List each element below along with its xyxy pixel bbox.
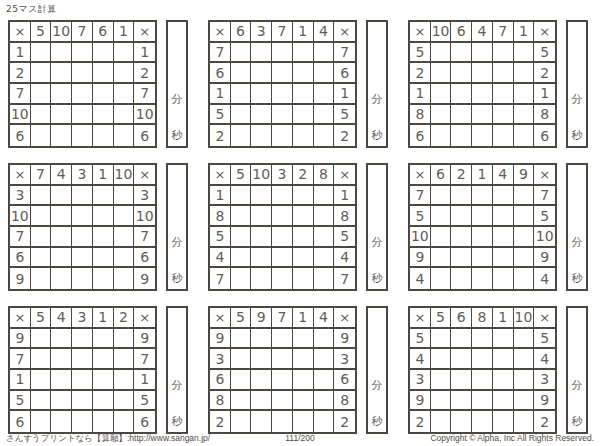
answer-cell[interactable] — [493, 268, 514, 289]
answer-cell[interactable] — [314, 227, 335, 248]
answer-cell[interactable] — [72, 227, 93, 248]
answer-cell[interactable] — [251, 248, 272, 269]
answer-cell[interactable] — [493, 186, 514, 207]
top-multiplier: 3 — [272, 165, 293, 186]
row-multiplicand-right: 5 — [534, 206, 555, 227]
answer-cell[interactable] — [114, 227, 135, 248]
top-multiplier: 2 — [293, 165, 314, 186]
answer-cell[interactable] — [31, 391, 52, 412]
footer-page-number: 111/200 — [285, 433, 314, 443]
drill-block-5: ×510328×1188554477分秒 — [208, 163, 388, 291]
answer-cell[interactable] — [93, 63, 114, 84]
row-multiplicand-right: 10 — [134, 206, 155, 227]
answer-cell[interactable] — [293, 329, 314, 350]
answer-cell[interactable] — [431, 248, 452, 269]
timer-box: 分秒 — [166, 163, 188, 291]
answer-cell[interactable] — [72, 186, 93, 207]
answer-cell[interactable] — [451, 84, 472, 105]
answer-cell[interactable] — [514, 105, 535, 126]
answer-cell[interactable] — [293, 125, 314, 146]
answer-cell[interactable] — [51, 329, 72, 350]
answer-cell[interactable] — [431, 329, 452, 350]
answer-cell[interactable] — [472, 105, 493, 126]
answer-cell[interactable] — [314, 411, 335, 432]
answer-cell[interactable] — [31, 125, 52, 146]
answer-cell[interactable] — [451, 391, 472, 412]
answer-cell[interactable] — [272, 268, 293, 289]
answer-cell[interactable] — [272, 63, 293, 84]
answer-cell[interactable] — [72, 84, 93, 105]
answer-cell[interactable] — [451, 206, 472, 227]
answer-cell[interactable] — [272, 370, 293, 391]
answer-cell[interactable] — [31, 105, 52, 126]
answer-cell[interactable] — [93, 84, 114, 105]
answer-cell[interactable] — [72, 206, 93, 227]
answer-cell[interactable] — [51, 411, 72, 432]
answer-cell[interactable] — [493, 349, 514, 370]
answer-cell[interactable] — [114, 186, 135, 207]
answer-cell[interactable] — [231, 84, 252, 105]
answer-cell[interactable] — [114, 105, 135, 126]
answer-cell[interactable] — [472, 370, 493, 391]
answer-cell[interactable] — [114, 84, 135, 105]
operator-icon: × — [134, 22, 155, 43]
answer-cell[interactable] — [314, 63, 335, 84]
answer-cell[interactable] — [514, 63, 535, 84]
answer-cell[interactable] — [314, 349, 335, 370]
row-multiplicand-right: 9 — [534, 391, 555, 412]
answer-cell[interactable] — [451, 268, 472, 289]
answer-cell[interactable] — [293, 206, 314, 227]
row-multiplicand-right: 1 — [334, 186, 355, 207]
top-multiplier: 9 — [514, 165, 535, 186]
row-multiplicand-right: 2 — [334, 411, 355, 432]
answer-cell[interactable] — [251, 206, 272, 227]
answer-cell[interactable] — [472, 63, 493, 84]
drill-block-8: ×59714×9933668822分秒 — [208, 306, 388, 434]
answer-cell[interactable] — [31, 43, 52, 64]
answer-cell[interactable] — [231, 206, 252, 227]
answer-cell[interactable] — [314, 248, 335, 269]
multiplication-grid-7: ×54312×9977115566 — [8, 306, 157, 434]
answer-cell[interactable] — [514, 268, 535, 289]
answer-cell[interactable] — [493, 206, 514, 227]
answer-cell[interactable] — [231, 391, 252, 412]
top-multiplier: 10 — [251, 165, 272, 186]
answer-cell[interactable] — [272, 84, 293, 105]
answer-cell[interactable] — [431, 43, 452, 64]
answer-cell[interactable] — [114, 206, 135, 227]
answer-cell[interactable] — [114, 329, 135, 350]
row-multiplicand-right: 7 — [334, 268, 355, 289]
answer-cell[interactable] — [451, 63, 472, 84]
answer-cell[interactable] — [514, 43, 535, 64]
answer-cell[interactable] — [251, 329, 272, 350]
answer-cell[interactable] — [451, 248, 472, 269]
answer-cell[interactable] — [514, 391, 535, 412]
answer-cell[interactable] — [493, 329, 514, 350]
answer-cell[interactable] — [293, 105, 314, 126]
answer-cell[interactable] — [493, 125, 514, 146]
answer-cell[interactable] — [293, 227, 314, 248]
answer-cell[interactable] — [272, 227, 293, 248]
answer-cell[interactable] — [451, 186, 472, 207]
answer-cell[interactable] — [314, 84, 335, 105]
answer-cell[interactable] — [231, 43, 252, 64]
answer-cell[interactable] — [314, 391, 335, 412]
answer-cell[interactable] — [293, 186, 314, 207]
answer-cell[interactable] — [93, 206, 114, 227]
answer-cell[interactable] — [472, 84, 493, 105]
answer-cell[interactable] — [93, 411, 114, 432]
answer-cell[interactable] — [51, 186, 72, 207]
row-multiplicand-left: 4 — [410, 349, 431, 370]
row-multiplicand-right: 10 — [134, 105, 155, 126]
answer-cell[interactable] — [72, 349, 93, 370]
answer-cell[interactable] — [451, 105, 472, 126]
answer-cell[interactable] — [231, 370, 252, 391]
answer-cell[interactable] — [293, 370, 314, 391]
minutes-label: 分 — [168, 235, 186, 250]
answer-cell[interactable] — [93, 227, 114, 248]
answer-cell[interactable] — [231, 329, 252, 350]
answer-cell[interactable] — [472, 411, 493, 432]
answer-cell[interactable] — [472, 329, 493, 350]
row-multiplicand-right: 9 — [334, 329, 355, 350]
row-multiplicand-left: 8 — [410, 105, 431, 126]
answer-cell[interactable] — [114, 248, 135, 269]
minutes-label: 分 — [368, 378, 386, 393]
answer-cell[interactable] — [451, 125, 472, 146]
multiplication-grid-8: ×59714×9933668822 — [208, 306, 357, 434]
answer-cell[interactable] — [472, 349, 493, 370]
answer-cell[interactable] — [514, 370, 535, 391]
answer-cell[interactable] — [231, 105, 252, 126]
answer-cell[interactable] — [431, 391, 452, 412]
drill-block-4: ×743110×331010776699分秒 — [8, 163, 188, 291]
answer-cell[interactable] — [231, 349, 252, 370]
answer-cell[interactable] — [431, 63, 452, 84]
answer-cell[interactable] — [472, 206, 493, 227]
answer-cell[interactable] — [51, 349, 72, 370]
answer-cell[interactable] — [51, 248, 72, 269]
answer-cell[interactable] — [293, 248, 314, 269]
operator-icon: × — [210, 308, 231, 329]
operator-icon: × — [334, 165, 355, 186]
answer-cell[interactable] — [272, 186, 293, 207]
answer-cell[interactable] — [251, 63, 272, 84]
answer-cell[interactable] — [231, 186, 252, 207]
answer-cell[interactable] — [31, 186, 52, 207]
top-multiplier: 6 — [451, 22, 472, 43]
answer-cell[interactable] — [431, 227, 452, 248]
answer-cell[interactable] — [293, 411, 314, 432]
answer-cell[interactable] — [31, 370, 52, 391]
answer-cell[interactable] — [251, 43, 272, 64]
top-multiplier: 7 — [31, 165, 52, 186]
answer-cell[interactable] — [451, 43, 472, 64]
answer-cell[interactable] — [314, 206, 335, 227]
answer-cell[interactable] — [93, 248, 114, 269]
answer-cell[interactable] — [31, 206, 52, 227]
timer-box: 分秒 — [366, 163, 388, 291]
answer-cell[interactable] — [451, 411, 472, 432]
seconds-label: 秒 — [368, 128, 386, 143]
answer-cell[interactable] — [293, 391, 314, 412]
answer-cell[interactable] — [93, 125, 114, 146]
operator-icon: × — [534, 22, 555, 43]
seconds-label: 秒 — [168, 414, 186, 429]
top-multiplier: 5 — [31, 22, 52, 43]
row-multiplicand-left: 9 — [210, 329, 231, 350]
answer-cell[interactable] — [31, 63, 52, 84]
answer-cell[interactable] — [72, 125, 93, 146]
multiplication-grid-6: ×62149×775510109944 — [408, 163, 557, 291]
answer-cell[interactable] — [314, 186, 335, 207]
answer-cell[interactable] — [293, 84, 314, 105]
row-multiplicand-left: 7 — [210, 268, 231, 289]
top-multiplier: 3 — [72, 165, 93, 186]
top-multiplier: 6 — [451, 308, 472, 329]
row-multiplicand-right: 6 — [534, 125, 555, 146]
answer-cell[interactable] — [231, 125, 252, 146]
answer-cell[interactable] — [472, 125, 493, 146]
answer-cell[interactable] — [493, 63, 514, 84]
answer-cell[interactable] — [493, 391, 514, 412]
answer-cell[interactable] — [251, 411, 272, 432]
answer-cell[interactable] — [514, 248, 535, 269]
answer-cell[interactable] — [93, 43, 114, 64]
answer-cell[interactable] — [472, 43, 493, 64]
answer-cell[interactable] — [114, 125, 135, 146]
answer-cell[interactable] — [114, 268, 135, 289]
answer-cell[interactable] — [51, 43, 72, 64]
answer-cell[interactable] — [493, 248, 514, 269]
answer-cell[interactable] — [231, 227, 252, 248]
answer-cell[interactable] — [51, 391, 72, 412]
answer-cell[interactable] — [314, 105, 335, 126]
timer-box: 分秒 — [166, 306, 188, 434]
answer-cell[interactable] — [31, 227, 52, 248]
answer-cell[interactable] — [272, 329, 293, 350]
answer-cell[interactable] — [251, 268, 272, 289]
answer-cell[interactable] — [251, 105, 272, 126]
answer-cell[interactable] — [231, 248, 252, 269]
answer-cell[interactable] — [31, 268, 52, 289]
answer-cell[interactable] — [272, 248, 293, 269]
answer-cell[interactable] — [314, 43, 335, 64]
answer-cell[interactable] — [93, 105, 114, 126]
answer-cell[interactable] — [51, 63, 72, 84]
answer-cell[interactable] — [514, 186, 535, 207]
top-multiplier: 5 — [231, 308, 252, 329]
top-multiplier: 9 — [251, 308, 272, 329]
answer-cell[interactable] — [114, 411, 135, 432]
answer-cell[interactable] — [72, 248, 93, 269]
timer-box: 分秒 — [366, 306, 388, 434]
answer-cell[interactable] — [251, 370, 272, 391]
answer-cell[interactable] — [314, 125, 335, 146]
answer-cell[interactable] — [251, 84, 272, 105]
answer-cell[interactable] — [93, 370, 114, 391]
answer-cell[interactable] — [114, 370, 135, 391]
answer-cell[interactable] — [431, 206, 452, 227]
answer-cell[interactable] — [314, 268, 335, 289]
answer-cell[interactable] — [472, 227, 493, 248]
answer-cell[interactable] — [431, 268, 452, 289]
answer-cell[interactable] — [51, 370, 72, 391]
answer-cell[interactable] — [314, 329, 335, 350]
answer-cell[interactable] — [451, 227, 472, 248]
answer-cell[interactable] — [72, 105, 93, 126]
answer-cell[interactable] — [431, 370, 452, 391]
answer-cell[interactable] — [272, 391, 293, 412]
answer-cell[interactable] — [431, 186, 452, 207]
row-multiplicand-left: 8 — [210, 206, 231, 227]
answer-cell[interactable] — [51, 268, 72, 289]
operator-icon: × — [534, 308, 555, 329]
answer-cell[interactable] — [514, 411, 535, 432]
row-multiplicand-right: 1 — [134, 370, 155, 391]
row-multiplicand-left: 2 — [410, 63, 431, 84]
answer-cell[interactable] — [251, 391, 272, 412]
answer-cell[interactable] — [51, 84, 72, 105]
row-multiplicand-right: 9 — [534, 248, 555, 269]
answer-cell[interactable] — [31, 411, 52, 432]
answer-cell[interactable] — [51, 227, 72, 248]
answer-cell[interactable] — [451, 329, 472, 350]
answer-cell[interactable] — [93, 391, 114, 412]
answer-cell[interactable] — [293, 349, 314, 370]
answer-cell[interactable] — [431, 84, 452, 105]
top-multiplier: 1 — [293, 22, 314, 43]
answer-cell[interactable] — [314, 370, 335, 391]
answer-cell[interactable] — [272, 125, 293, 146]
answer-cell[interactable] — [472, 268, 493, 289]
row-multiplicand-left: 1 — [10, 43, 31, 64]
answer-cell[interactable] — [431, 105, 452, 126]
answer-cell[interactable] — [31, 248, 52, 269]
row-multiplicand-left: 5 — [410, 206, 431, 227]
top-multiplier: 2 — [451, 165, 472, 186]
answer-cell[interactable] — [272, 349, 293, 370]
answer-cell[interactable] — [31, 329, 52, 350]
answer-cell[interactable] — [431, 411, 452, 432]
row-multiplicand-right: 4 — [534, 349, 555, 370]
answer-cell[interactable] — [493, 227, 514, 248]
row-multiplicand-right: 3 — [534, 370, 555, 391]
row-multiplicand-right: 5 — [334, 105, 355, 126]
answer-cell[interactable] — [31, 84, 52, 105]
answer-cell[interactable] — [251, 227, 272, 248]
top-multiplier: 6 — [231, 22, 252, 43]
top-multiplier: 2 — [114, 308, 135, 329]
answer-cell[interactable] — [93, 349, 114, 370]
row-multiplicand-left: 10 — [410, 227, 431, 248]
answer-cell[interactable] — [231, 63, 252, 84]
answer-cell[interactable] — [51, 206, 72, 227]
operator-icon: × — [534, 165, 555, 186]
timer-box: 分秒 — [566, 306, 588, 434]
answer-cell[interactable] — [451, 370, 472, 391]
row-multiplicand-right: 5 — [134, 391, 155, 412]
answer-cell[interactable] — [72, 391, 93, 412]
row-multiplicand-right: 1 — [134, 43, 155, 64]
answer-cell[interactable] — [114, 63, 135, 84]
answer-cell[interactable] — [72, 268, 93, 289]
row-multiplicand-left: 6 — [410, 125, 431, 146]
answer-cell[interactable] — [72, 63, 93, 84]
answer-cell[interactable] — [493, 411, 514, 432]
answer-cell[interactable] — [272, 43, 293, 64]
row-multiplicand-right: 7 — [134, 84, 155, 105]
answer-cell[interactable] — [514, 84, 535, 105]
row-multiplicand-left: 1 — [210, 84, 231, 105]
answer-cell[interactable] — [514, 206, 535, 227]
answer-cell[interactable] — [272, 411, 293, 432]
answer-cell[interactable] — [251, 186, 272, 207]
answer-cell[interactable] — [514, 125, 535, 146]
answer-cell[interactable] — [231, 268, 252, 289]
row-multiplicand-left: 7 — [410, 186, 431, 207]
answer-cell[interactable] — [51, 105, 72, 126]
answer-cell[interactable] — [272, 105, 293, 126]
answer-cell[interactable] — [251, 349, 272, 370]
answer-cell[interactable] — [293, 268, 314, 289]
answer-cell[interactable] — [72, 329, 93, 350]
answer-cell[interactable] — [493, 105, 514, 126]
answer-cell[interactable] — [472, 391, 493, 412]
row-multiplicand-right: 3 — [334, 349, 355, 370]
answer-cell[interactable] — [93, 186, 114, 207]
answer-cell[interactable] — [451, 349, 472, 370]
answer-cell[interactable] — [293, 63, 314, 84]
top-multiplier: 1 — [472, 165, 493, 186]
answer-cell[interactable] — [272, 206, 293, 227]
answer-cell[interactable] — [72, 370, 93, 391]
answer-cell[interactable] — [293, 43, 314, 64]
answer-cell[interactable] — [93, 329, 114, 350]
answer-cell[interactable] — [93, 268, 114, 289]
answer-cell[interactable] — [472, 186, 493, 207]
answer-cell[interactable] — [231, 411, 252, 432]
answer-cell[interactable] — [493, 43, 514, 64]
answer-cell[interactable] — [72, 43, 93, 64]
answer-cell[interactable] — [51, 125, 72, 146]
answer-cell[interactable] — [514, 349, 535, 370]
answer-cell[interactable] — [114, 391, 135, 412]
answer-cell[interactable] — [114, 349, 135, 370]
answer-cell[interactable] — [431, 125, 452, 146]
operator-icon: × — [134, 165, 155, 186]
minutes-label: 分 — [568, 378, 586, 393]
answer-cell[interactable] — [72, 411, 93, 432]
answer-cell[interactable] — [251, 125, 272, 146]
answer-cell[interactable] — [514, 329, 535, 350]
answer-cell[interactable] — [493, 84, 514, 105]
row-multiplicand-left: 2 — [210, 411, 231, 432]
top-multiplier: 7 — [272, 22, 293, 43]
answer-cell[interactable] — [431, 349, 452, 370]
row-multiplicand-left: 5 — [210, 105, 231, 126]
operator-icon: × — [10, 165, 31, 186]
answer-cell[interactable] — [514, 227, 535, 248]
answer-cell[interactable] — [493, 370, 514, 391]
row-multiplicand-left: 6 — [10, 248, 31, 269]
answer-cell[interactable] — [31, 349, 52, 370]
answer-cell[interactable] — [114, 43, 135, 64]
answer-cell[interactable] — [472, 248, 493, 269]
